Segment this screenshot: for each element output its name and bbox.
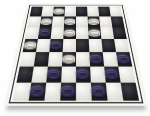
square-r8c6[interactable]: ⛂ — [91, 83, 108, 101]
black-piece[interactable]: ⛂ — [91, 82, 107, 100]
square-r4c2[interactable]: ⛂ — [38, 27, 52, 39]
square-r2c5[interactable] — [76, 16, 88, 27]
square-r7c7[interactable]: ⛂ — [104, 67, 120, 83]
square-r5c5[interactable] — [76, 39, 89, 52]
white-piece[interactable]: ⛂ — [62, 52, 76, 66]
checkers-photo: ⛂⛂⛂⛂⛂⛂⛂⛂⛂⛂⛂⛂⛂⛂⛂⛂⛂⛂ — [0, 0, 150, 116]
black-piece[interactable]: ⛂ — [76, 66, 90, 82]
square-r1c5[interactable] — [76, 7, 88, 17]
square-r4c6[interactable]: ⛂ — [88, 27, 101, 39]
black-piece[interactable]: ⛂ — [90, 52, 104, 66]
square-r2c3[interactable] — [52, 16, 65, 27]
square-r5c1[interactable]: ⛂ — [23, 39, 38, 52]
square-r5c3[interactable]: ⛂ — [49, 39, 63, 52]
square-r8c8[interactable] — [121, 83, 140, 101]
black-piece[interactable]: ⛂ — [29, 82, 46, 100]
white-piece[interactable]: ⛂ — [88, 27, 101, 39]
black-piece[interactable]: ⛂ — [50, 39, 64, 52]
checkers-board-frame: ⛂⛂⛂⛂⛂⛂⛂⛂⛂⛂⛂⛂⛂⛂⛂⛂⛂⛂ — [9, 5, 144, 104]
black-piece[interactable]: ⛂ — [47, 66, 62, 82]
square-r8c3[interactable] — [44, 83, 61, 101]
square-r6c6[interactable]: ⛂ — [89, 52, 104, 66]
white-piece[interactable]: ⛂ — [64, 27, 76, 39]
square-r7c8[interactable] — [118, 67, 135, 83]
square-r1c3[interactable]: ⛂ — [53, 7, 65, 17]
square-r6c4[interactable]: ⛂ — [62, 52, 76, 66]
black-piece[interactable]: ⛂ — [60, 82, 75, 100]
square-r1c8[interactable] — [109, 7, 122, 17]
square-r4c8[interactable] — [112, 27, 126, 39]
square-r8c2[interactable]: ⛂ — [29, 83, 47, 101]
square-r6c8[interactable]: ⛂ — [116, 52, 132, 66]
square-r7c3[interactable]: ⛂ — [46, 67, 62, 83]
square-r7c5[interactable]: ⛂ — [76, 67, 91, 83]
square-r8c5[interactable] — [76, 83, 92, 101]
square-r8c4[interactable]: ⛂ — [60, 83, 76, 101]
square-r6c2[interactable] — [34, 52, 50, 66]
square-r4c5[interactable] — [76, 27, 89, 39]
black-piece[interactable]: ⛂ — [104, 66, 120, 82]
board-grid: ⛂⛂⛂⛂⛂⛂⛂⛂⛂⛂⛂⛂⛂⛂⛂⛂⛂⛂ — [13, 7, 139, 100]
black-piece[interactable]: ⛂ — [116, 52, 132, 66]
black-piece[interactable]: ⛂ — [38, 27, 51, 39]
white-piece[interactable]: ⛂ — [23, 39, 38, 52]
square-r4c4[interactable]: ⛂ — [63, 27, 76, 39]
white-piece[interactable]: ⛂ — [53, 6, 65, 16]
square-r2c8[interactable] — [111, 16, 125, 27]
